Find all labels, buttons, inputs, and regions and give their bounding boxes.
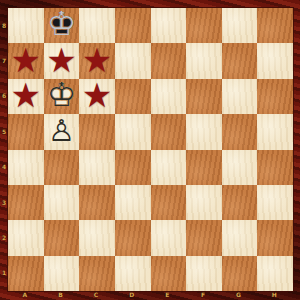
square-f1[interactable] <box>186 256 222 291</box>
star-marker-b7: ★ <box>46 43 76 77</box>
file-label-g: G <box>236 292 241 298</box>
square-e2[interactable] <box>151 220 187 255</box>
square-b2[interactable] <box>44 220 80 255</box>
square-g5[interactable] <box>222 114 258 149</box>
star-marker-c7: ★ <box>82 43 112 77</box>
square-a6[interactable]: ★ <box>8 79 44 114</box>
square-c1[interactable] <box>79 256 115 291</box>
square-h8[interactable] <box>257 8 293 43</box>
square-g1[interactable] <box>222 256 258 291</box>
square-f4[interactable] <box>186 150 222 185</box>
square-c5[interactable] <box>79 114 115 149</box>
square-d8[interactable] <box>115 8 151 43</box>
square-f5[interactable] <box>186 114 222 149</box>
square-e6[interactable] <box>151 79 187 114</box>
square-e3[interactable] <box>151 185 187 220</box>
square-d2[interactable] <box>115 220 151 255</box>
rank-label-1: 1 <box>2 270 6 276</box>
square-d5[interactable] <box>115 114 151 149</box>
square-d1[interactable] <box>115 256 151 291</box>
square-f7[interactable] <box>186 43 222 78</box>
rank-label-2: 2 <box>2 235 6 241</box>
square-a7[interactable]: ★ <box>8 43 44 78</box>
square-g6[interactable] <box>222 79 258 114</box>
square-h6[interactable] <box>257 79 293 114</box>
square-d4[interactable] <box>115 150 151 185</box>
square-c8[interactable] <box>79 8 115 43</box>
star-marker-a7: ★ <box>11 43 41 77</box>
chess-board: ♚♔★★★★♚♔★♟♙ 87654321ABCDEFGH <box>0 0 300 300</box>
square-a8[interactable] <box>8 8 44 43</box>
rank-label-3: 3 <box>2 200 6 206</box>
square-f6[interactable] <box>186 79 222 114</box>
file-label-f: F <box>201 292 205 298</box>
star-marker-a6: ★ <box>11 79 41 113</box>
file-label-h: H <box>272 292 277 298</box>
square-d7[interactable] <box>115 43 151 78</box>
rank-label-5: 5 <box>2 129 6 135</box>
square-c7[interactable]: ★ <box>79 43 115 78</box>
file-label-b: B <box>58 292 63 298</box>
square-g4[interactable] <box>222 150 258 185</box>
square-f3[interactable] <box>186 185 222 220</box>
rank-label-7: 7 <box>2 58 6 64</box>
square-h7[interactable] <box>257 43 293 78</box>
square-a3[interactable] <box>8 185 44 220</box>
square-g8[interactable] <box>222 8 258 43</box>
rank-label-6: 6 <box>2 93 6 99</box>
square-a4[interactable] <box>8 150 44 185</box>
square-b8[interactable]: ♚♔ <box>44 8 80 43</box>
black-king-outline: ♔ <box>47 8 77 40</box>
square-a2[interactable] <box>8 220 44 255</box>
file-label-e: E <box>165 292 169 298</box>
square-h5[interactable] <box>257 114 293 149</box>
star-marker-c6: ★ <box>82 79 112 113</box>
square-g2[interactable] <box>222 220 258 255</box>
square-h2[interactable] <box>257 220 293 255</box>
square-e4[interactable] <box>151 150 187 185</box>
square-h4[interactable] <box>257 150 293 185</box>
square-b7[interactable]: ★ <box>44 43 80 78</box>
square-c6[interactable]: ★ <box>79 79 115 114</box>
black-king[interactable]: ♚♔ <box>44 8 80 43</box>
square-e1[interactable] <box>151 256 187 291</box>
square-f2[interactable] <box>186 220 222 255</box>
square-a5[interactable] <box>8 114 44 149</box>
square-b1[interactable] <box>44 256 80 291</box>
square-h1[interactable] <box>257 256 293 291</box>
square-c3[interactable] <box>79 185 115 220</box>
white-king-outline: ♔ <box>47 79 77 111</box>
square-g3[interactable] <box>222 185 258 220</box>
square-g7[interactable] <box>222 43 258 78</box>
square-e5[interactable] <box>151 114 187 149</box>
rank-label-8: 8 <box>2 23 6 29</box>
rank-label-4: 4 <box>2 164 6 170</box>
white-pawn-outline: ♙ <box>48 116 75 146</box>
board-grid: ♚♔★★★★♚♔★♟♙ <box>8 8 293 291</box>
white-king[interactable]: ♚♔ <box>44 79 80 114</box>
file-label-d: D <box>129 292 134 298</box>
square-h3[interactable] <box>257 185 293 220</box>
square-e7[interactable] <box>151 43 187 78</box>
square-a1[interactable] <box>8 256 44 291</box>
white-pawn[interactable]: ♟♙ <box>44 114 80 149</box>
square-c4[interactable] <box>79 150 115 185</box>
square-d6[interactable] <box>115 79 151 114</box>
file-label-c: C <box>94 292 98 298</box>
square-b5[interactable]: ♟♙ <box>44 114 80 149</box>
square-b3[interactable] <box>44 185 80 220</box>
square-b4[interactable] <box>44 150 80 185</box>
square-e8[interactable] <box>151 8 187 43</box>
file-label-a: A <box>22 292 27 298</box>
square-b6[interactable]: ♚♔ <box>44 79 80 114</box>
square-f8[interactable] <box>186 8 222 43</box>
square-d3[interactable] <box>115 185 151 220</box>
square-c2[interactable] <box>79 220 115 255</box>
